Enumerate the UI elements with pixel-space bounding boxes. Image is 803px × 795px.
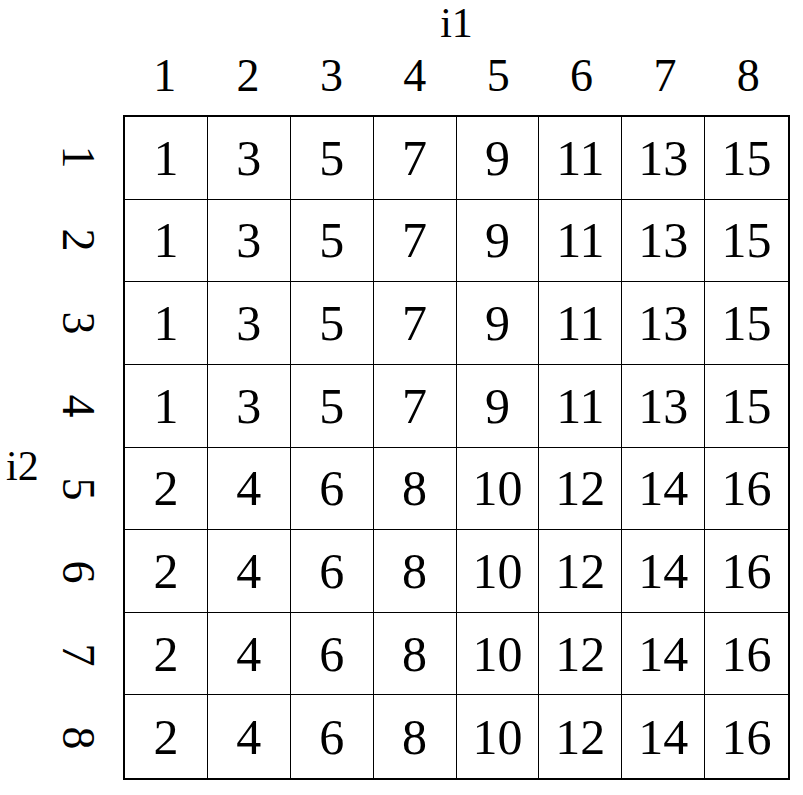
cell-r5-c4: 8 [374,448,457,531]
cell-r3-c5: 9 [457,282,540,365]
cell-r8-c2: 4 [208,695,291,778]
row-header-3: 3 [55,281,99,364]
cell-r6-c8: 16 [705,530,788,613]
col-header-4: 4 [373,42,456,110]
cell-r2-c2: 3 [208,200,291,283]
col-header-1: 1 [123,42,206,110]
row-header-6: 6 [55,531,99,614]
col-header-5: 5 [457,42,540,110]
row-header-1: 1 [55,115,99,198]
row-header-4: 4 [55,364,99,447]
cell-r5-c8: 16 [705,448,788,531]
col-header-8: 8 [707,42,790,110]
cell-r1-c3: 5 [291,117,374,200]
cell-r2-c8: 15 [705,200,788,283]
cell-r8-c3: 6 [291,695,374,778]
cell-r7-c1: 2 [125,613,208,696]
cell-r1-c7: 13 [622,117,705,200]
cell-r2-c1: 1 [125,200,208,283]
cell-r8-c6: 12 [539,695,622,778]
cell-r7-c5: 10 [457,613,540,696]
cell-r4-c5: 9 [457,365,540,448]
cell-r5-c5: 10 [457,448,540,531]
cell-r2-c3: 5 [291,200,374,283]
cell-r1-c6: 11 [539,117,622,200]
cell-r1-c5: 9 [457,117,540,200]
grid-board: 1357911131513579111315135791113151357911… [123,115,790,780]
cell-r6-c1: 2 [125,530,208,613]
matrix-figure: i1 12345678 i2 12345678 1357911131513579… [0,0,803,795]
cell-r4-c8: 15 [705,365,788,448]
cell-r3-c1: 1 [125,282,208,365]
col-header-6: 6 [540,42,623,110]
cell-r2-c6: 11 [539,200,622,283]
cell-r5-c7: 14 [622,448,705,531]
col-header-3: 3 [290,42,373,110]
cell-r7-c2: 4 [208,613,291,696]
cell-r6-c3: 6 [291,530,374,613]
cell-r7-c3: 6 [291,613,374,696]
cell-r3-c7: 13 [622,282,705,365]
cell-r6-c2: 4 [208,530,291,613]
cell-r3-c8: 15 [705,282,788,365]
cell-r4-c1: 1 [125,365,208,448]
cell-r8-c5: 10 [457,695,540,778]
row-header-5: 5 [55,448,99,531]
col-header-2: 2 [206,42,289,110]
row-headers: 12345678 [55,115,99,780]
cell-r4-c4: 7 [374,365,457,448]
cell-r6-c6: 12 [539,530,622,613]
cell-r6-c5: 10 [457,530,540,613]
column-headers: 12345678 [123,42,790,110]
cell-r5-c6: 12 [539,448,622,531]
cell-r2-c4: 7 [374,200,457,283]
cell-r7-c4: 8 [374,613,457,696]
cell-r8-c1: 2 [125,695,208,778]
cell-r7-c6: 12 [539,613,622,696]
cell-r7-c8: 16 [705,613,788,696]
cell-r4-c6: 11 [539,365,622,448]
cell-r4-c7: 13 [622,365,705,448]
cell-r3-c2: 3 [208,282,291,365]
left-axis-title: i2 [6,445,39,487]
cell-r2-c7: 13 [622,200,705,283]
cell-r8-c8: 16 [705,695,788,778]
top-axis-title: i1 [123,2,790,44]
row-header-8: 8 [55,697,99,780]
cell-r3-c4: 7 [374,282,457,365]
cell-r5-c1: 2 [125,448,208,531]
cell-r7-c7: 14 [622,613,705,696]
col-header-7: 7 [623,42,706,110]
cell-r3-c3: 5 [291,282,374,365]
cell-r6-c7: 14 [622,530,705,613]
cell-r2-c5: 9 [457,200,540,283]
cell-r1-c1: 1 [125,117,208,200]
cell-r4-c2: 3 [208,365,291,448]
cell-r5-c3: 6 [291,448,374,531]
cell-r8-c4: 8 [374,695,457,778]
cell-r1-c4: 7 [374,117,457,200]
cell-r5-c2: 4 [208,448,291,531]
cell-r8-c7: 14 [622,695,705,778]
cell-r3-c6: 11 [539,282,622,365]
row-header-7: 7 [55,614,99,697]
cell-r4-c3: 5 [291,365,374,448]
cell-r1-c2: 3 [208,117,291,200]
row-header-2: 2 [55,198,99,281]
cell-r6-c4: 8 [374,530,457,613]
cell-r1-c8: 15 [705,117,788,200]
